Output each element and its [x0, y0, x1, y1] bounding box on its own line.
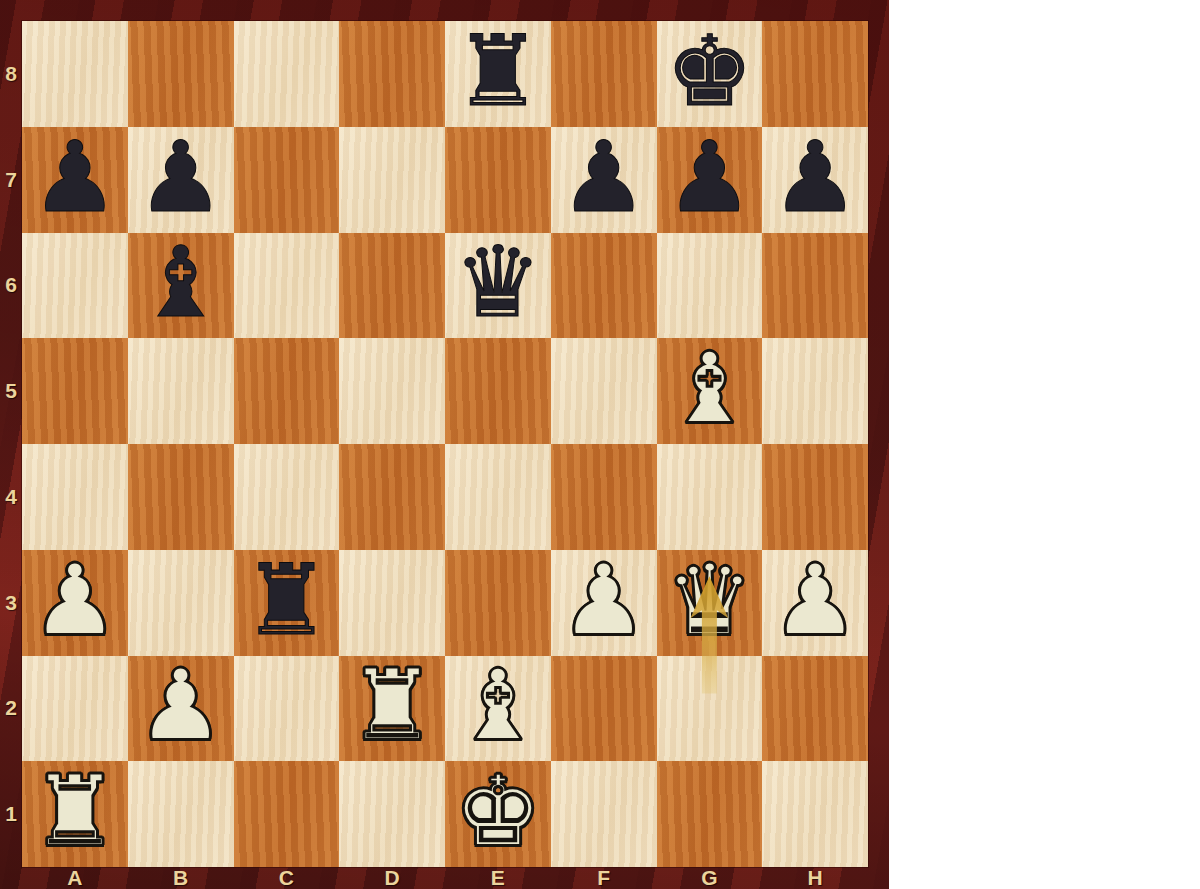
rank-label-8: 8 — [0, 21, 22, 127]
square-f2[interactable] — [551, 656, 657, 762]
white-pawn[interactable]: ♟ — [31, 551, 119, 649]
square-c1[interactable] — [234, 761, 340, 867]
square-e6[interactable]: ♛ — [445, 233, 551, 339]
square-g8[interactable]: ♚ — [657, 21, 763, 127]
square-b1[interactable] — [128, 761, 234, 867]
black-pawn[interactable]: ♟ — [665, 128, 753, 226]
square-c5[interactable] — [234, 338, 340, 444]
chess-board-frame: ♜♚♟♟♟♟♟♝♛♝♟♜♟♛♟♟♜♝♜♚ 87654321ABCDEFGH — [0, 0, 889, 889]
square-f3[interactable]: ♟ — [551, 550, 657, 656]
square-b3[interactable] — [128, 550, 234, 656]
rank-label-4: 4 — [0, 444, 22, 550]
square-d6[interactable] — [339, 233, 445, 339]
square-g4[interactable] — [657, 444, 763, 550]
square-a7[interactable]: ♟ — [22, 127, 128, 233]
square-h6[interactable] — [762, 233, 868, 339]
square-b5[interactable] — [128, 338, 234, 444]
square-h8[interactable] — [762, 21, 868, 127]
black-pawn[interactable]: ♟ — [560, 128, 648, 226]
square-g1[interactable] — [657, 761, 763, 867]
black-bishop[interactable]: ♝ — [137, 233, 225, 331]
square-d2[interactable]: ♜ — [339, 656, 445, 762]
square-e4[interactable] — [445, 444, 551, 550]
square-h4[interactable] — [762, 444, 868, 550]
white-rook[interactable]: ♜ — [348, 656, 436, 754]
file-label-a: A — [22, 867, 128, 889]
square-b4[interactable] — [128, 444, 234, 550]
file-label-h: H — [762, 867, 868, 889]
black-pawn[interactable]: ♟ — [31, 128, 119, 226]
file-label-g: G — [657, 867, 763, 889]
square-d5[interactable] — [339, 338, 445, 444]
square-a6[interactable] — [22, 233, 128, 339]
square-c3[interactable]: ♜ — [234, 550, 340, 656]
white-pawn[interactable]: ♟ — [137, 656, 225, 754]
file-label-c: C — [234, 867, 340, 889]
square-a4[interactable] — [22, 444, 128, 550]
white-queen[interactable]: ♛ — [665, 551, 753, 649]
square-b6[interactable]: ♝ — [128, 233, 234, 339]
square-h2[interactable] — [762, 656, 868, 762]
square-e8[interactable]: ♜ — [445, 21, 551, 127]
square-f1[interactable] — [551, 761, 657, 867]
square-h1[interactable] — [762, 761, 868, 867]
black-queen[interactable]: ♛ — [454, 233, 542, 331]
rank-label-2: 2 — [0, 656, 22, 762]
white-pawn[interactable]: ♟ — [771, 551, 859, 649]
square-d3[interactable] — [339, 550, 445, 656]
square-c4[interactable] — [234, 444, 340, 550]
rank-label-5: 5 — [0, 338, 22, 444]
square-f4[interactable] — [551, 444, 657, 550]
square-d4[interactable] — [339, 444, 445, 550]
square-a2[interactable] — [22, 656, 128, 762]
square-f7[interactable]: ♟ — [551, 127, 657, 233]
square-f6[interactable] — [551, 233, 657, 339]
black-rook[interactable]: ♜ — [242, 551, 330, 649]
square-d1[interactable] — [339, 761, 445, 867]
square-g7[interactable]: ♟ — [657, 127, 763, 233]
rank-label-1: 1 — [0, 761, 22, 867]
black-pawn[interactable]: ♟ — [137, 128, 225, 226]
rank-label-7: 7 — [0, 127, 22, 233]
square-g2[interactable] — [657, 656, 763, 762]
white-pawn[interactable]: ♟ — [560, 551, 648, 649]
square-b7[interactable]: ♟ — [128, 127, 234, 233]
file-label-b: B — [128, 867, 234, 889]
square-g3[interactable]: ♛ — [657, 550, 763, 656]
square-b8[interactable] — [128, 21, 234, 127]
square-c6[interactable] — [234, 233, 340, 339]
chess-board: ♜♚♟♟♟♟♟♝♛♝♟♜♟♛♟♟♜♝♜♚ — [22, 21, 868, 867]
square-d8[interactable] — [339, 21, 445, 127]
white-bishop[interactable]: ♝ — [665, 339, 753, 437]
file-label-f: F — [551, 867, 657, 889]
white-king[interactable]: ♚ — [454, 762, 542, 860]
square-c2[interactable] — [234, 656, 340, 762]
page: ♜♚♟♟♟♟♟♝♛♝♟♜♟♛♟♟♜♝♜♚ 87654321ABCDEFGH — [0, 0, 1200, 889]
black-rook[interactable]: ♜ — [454, 22, 542, 120]
square-a8[interactable] — [22, 21, 128, 127]
white-rook[interactable]: ♜ — [31, 762, 119, 860]
square-f5[interactable] — [551, 338, 657, 444]
square-g6[interactable] — [657, 233, 763, 339]
square-h7[interactable]: ♟ — [762, 127, 868, 233]
square-e2[interactable]: ♝ — [445, 656, 551, 762]
square-e3[interactable] — [445, 550, 551, 656]
black-king[interactable]: ♚ — [665, 22, 753, 120]
white-bishop[interactable]: ♝ — [454, 656, 542, 754]
file-label-e: E — [445, 867, 551, 889]
rank-label-3: 3 — [0, 550, 22, 656]
square-d7[interactable] — [339, 127, 445, 233]
square-c7[interactable] — [234, 127, 340, 233]
square-e5[interactable] — [445, 338, 551, 444]
square-h3[interactable]: ♟ — [762, 550, 868, 656]
square-g5[interactable]: ♝ — [657, 338, 763, 444]
rank-label-6: 6 — [0, 233, 22, 339]
square-a1[interactable]: ♜ — [22, 761, 128, 867]
square-f8[interactable] — [551, 21, 657, 127]
square-c8[interactable] — [234, 21, 340, 127]
file-label-d: D — [339, 867, 445, 889]
square-e1[interactable]: ♚ — [445, 761, 551, 867]
square-e7[interactable] — [445, 127, 551, 233]
square-a5[interactable] — [22, 338, 128, 444]
square-b2[interactable]: ♟ — [128, 656, 234, 762]
square-a3[interactable]: ♟ — [22, 550, 128, 656]
square-h5[interactable] — [762, 338, 868, 444]
black-pawn[interactable]: ♟ — [771, 128, 859, 226]
